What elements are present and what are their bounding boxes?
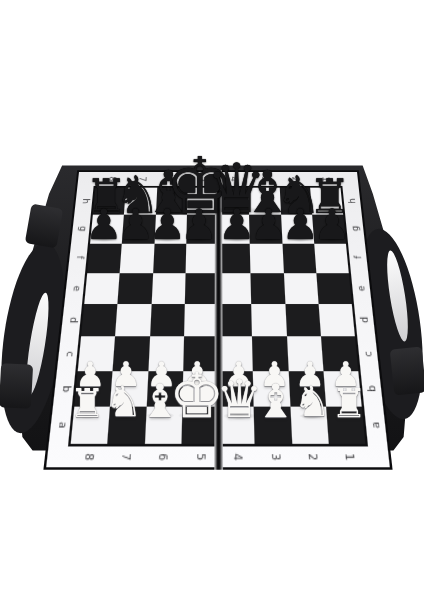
rank-label-top-5: 5 <box>198 176 207 181</box>
file-label-right-e: e <box>355 285 365 291</box>
chess-board: 8877665544332211hhggffeeddccbbaa <box>46 172 390 467</box>
square-r2c5 <box>250 243 283 273</box>
square-r3c3 <box>185 273 218 304</box>
square-r4c5 <box>251 304 286 337</box>
rank-label-bottom-2: 2 <box>306 453 318 460</box>
file-label-right-c: c <box>362 351 373 357</box>
square-r5c1 <box>113 337 150 371</box>
file-label-right-a: a <box>369 422 381 429</box>
square-r0c3 <box>187 188 218 215</box>
square-r6c3 <box>182 371 218 407</box>
case-latch-tab-left-upper <box>25 204 63 249</box>
square-r3c2 <box>151 273 185 304</box>
square-r5c4 <box>218 337 253 371</box>
square-r0c4 <box>218 188 249 215</box>
file-label-right-g: g <box>349 226 359 231</box>
square-r1c7 <box>312 215 346 243</box>
square-r5c7 <box>321 337 359 371</box>
file-label-left-g: g <box>77 226 87 231</box>
rank-label-top-1: 1 <box>320 176 329 181</box>
square-r3c7 <box>316 273 352 304</box>
file-label-left-h: h <box>80 198 90 203</box>
square-r4c6 <box>285 304 321 337</box>
file-label-left-c: c <box>63 351 74 357</box>
rank-label-bottom-8: 8 <box>82 453 94 460</box>
square-r4c1 <box>115 304 151 337</box>
file-label-right-h: h <box>347 198 357 203</box>
square-r2c3 <box>185 243 218 273</box>
square-r7c4 <box>218 406 255 444</box>
rank-label-top-6: 6 <box>168 176 177 181</box>
file-label-left-e: e <box>70 285 80 291</box>
file-label-left-a: a <box>55 422 67 429</box>
square-r1c2 <box>154 215 187 243</box>
file-label-right-d: d <box>359 317 370 323</box>
square-r7c2 <box>144 406 182 444</box>
square-r5c6 <box>286 337 323 371</box>
rank-label-top-3: 3 <box>259 176 268 181</box>
square-r0c6 <box>279 188 312 215</box>
rank-label-bottom-5: 5 <box>194 453 205 460</box>
case-latch-tab-right-lower <box>390 346 424 395</box>
square-r2c4 <box>218 243 251 273</box>
rank-label-bottom-4: 4 <box>231 453 242 460</box>
square-r7c6 <box>290 406 329 444</box>
square-r1c1 <box>122 215 155 243</box>
square-r4c0 <box>81 304 118 337</box>
square-r3c1 <box>118 273 153 304</box>
square-r2c6 <box>282 243 316 273</box>
square-r7c1 <box>108 406 147 444</box>
square-r7c3 <box>181 406 218 444</box>
rank-label-top-2: 2 <box>290 176 299 181</box>
square-r7c5 <box>254 406 292 444</box>
rank-label-top-8: 8 <box>106 176 115 181</box>
square-r5c0 <box>78 337 116 371</box>
square-r1c5 <box>249 215 282 243</box>
square-r6c2 <box>146 371 183 407</box>
square-r6c6 <box>288 371 326 407</box>
file-label-left-d: d <box>67 317 78 323</box>
square-r7c7 <box>326 406 366 444</box>
rank-label-bottom-1: 1 <box>343 453 355 460</box>
case-latch-tab-left-lower <box>0 363 33 409</box>
square-r4c7 <box>318 304 355 337</box>
square-r6c5 <box>253 371 290 407</box>
square-r3c0 <box>84 273 120 304</box>
square-r3c6 <box>283 273 318 304</box>
square-r0c1 <box>124 188 157 215</box>
square-r0c0 <box>93 188 126 215</box>
square-r2c7 <box>314 243 349 273</box>
square-r1c3 <box>186 215 218 243</box>
rank-label-top-4: 4 <box>229 176 238 181</box>
file-label-right-b: b <box>365 385 376 392</box>
square-r7c0 <box>71 406 111 444</box>
square-r4c4 <box>218 304 252 337</box>
square-r2c0 <box>87 243 122 273</box>
square-r0c5 <box>249 188 281 215</box>
square-r3c4 <box>218 273 251 304</box>
rank-label-top-7: 7 <box>137 176 146 181</box>
square-r6c1 <box>110 371 148 407</box>
square-r6c7 <box>323 371 362 407</box>
square-r2c2 <box>153 243 186 273</box>
rank-label-bottom-7: 7 <box>119 453 131 460</box>
product-photo: 8877665544332211hhggffeeddccbbaa ♜♞♝♚♛♝♞… <box>0 0 424 600</box>
square-r1c0 <box>90 215 124 243</box>
file-label-right-f: f <box>352 256 362 259</box>
square-r3c5 <box>251 273 285 304</box>
square-r5c2 <box>148 337 184 371</box>
rank-label-bottom-6: 6 <box>156 453 167 460</box>
rank-label-bottom-3: 3 <box>268 453 279 460</box>
square-r0c7 <box>310 188 343 215</box>
square-r1c4 <box>218 215 250 243</box>
square-r1c6 <box>281 215 314 243</box>
square-r6c0 <box>74 371 113 407</box>
board-fold-hinge <box>214 170 223 470</box>
square-r6c4 <box>218 371 254 407</box>
square-r5c3 <box>183 337 218 371</box>
file-label-left-b: b <box>59 385 70 392</box>
square-r4c2 <box>150 304 185 337</box>
file-label-left-f: f <box>74 256 84 259</box>
square-r5c5 <box>252 337 288 371</box>
square-r2c1 <box>120 243 154 273</box>
square-r0c2 <box>155 188 187 215</box>
square-r4c3 <box>184 304 218 337</box>
